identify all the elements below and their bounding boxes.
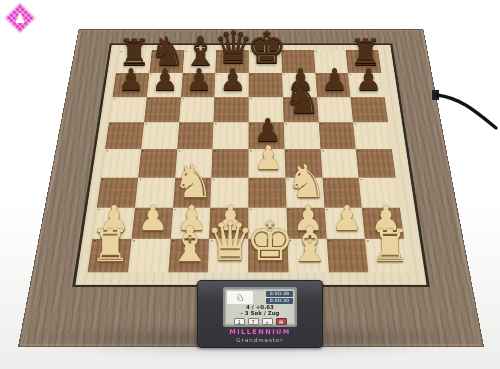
- button-menu[interactable]: ⊞: [276, 318, 287, 325]
- button-7[interactable]: 7: [248, 318, 259, 325]
- display-module: ♘ 0:00:38 0:00:30 4 / +0.63 - 3 Sek / Zu…: [197, 280, 323, 348]
- knight-icon: ♘: [227, 291, 253, 304]
- product-photo: ♟ ♜♞♝♛♚♜♟♟♟♟♟♟♟♞♟♟♞♞♟♟♟♟♟♟♟♜♝♛♚♝♜ ♘ 0:00…: [0, 0, 500, 369]
- time-per-move-line: - 3 Sek / Zug: [225, 310, 295, 316]
- button-back[interactable]: «: [262, 318, 273, 325]
- clock-white: 0:00:38: [266, 291, 293, 297]
- button-1[interactable]: 1: [234, 318, 245, 325]
- piece-white-rook-h1[interactable]: ♜: [355, 224, 425, 269]
- piece-black-pawn-d7[interactable]: ♟: [198, 65, 268, 95]
- model-label: Grandmaster: [198, 337, 322, 343]
- lcd-touchscreen[interactable]: ♘ 0:00:38 0:00:30 4 / +0.63 - 3 Sek / Zu…: [223, 287, 297, 327]
- brand-label: MILLENNIUM: [198, 329, 322, 336]
- piece-white-rook-a1[interactable]: ♜: [75, 224, 145, 269]
- piece-black-pawn-h7[interactable]: ♟: [334, 65, 404, 95]
- piece-white-bishop-f1[interactable]: ♝: [275, 220, 345, 269]
